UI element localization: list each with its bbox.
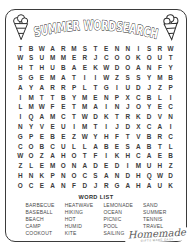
grid-cell: H bbox=[155, 162, 166, 172]
grid-cell: I bbox=[112, 83, 123, 93]
grid-cell: W bbox=[15, 152, 26, 162]
grid-cell: L bbox=[69, 142, 80, 152]
svg-text:SUMMER WORDSEARCH: SUMMER WORDSEARCH bbox=[32, 17, 159, 42]
grid-cell: L bbox=[165, 142, 176, 152]
grid-cell: M bbox=[133, 162, 144, 172]
grid-cell: C bbox=[47, 142, 58, 152]
grid-cell: L bbox=[79, 142, 90, 152]
word-item: SAND bbox=[143, 203, 166, 209]
grid-cell: D bbox=[112, 162, 123, 172]
grid-cell: N bbox=[112, 44, 123, 54]
grid-cell: R bbox=[79, 54, 90, 64]
word-item: HUMID bbox=[65, 224, 94, 230]
grid-cell: T bbox=[15, 44, 26, 54]
grid-cell: I bbox=[90, 73, 101, 83]
grid-cell: L bbox=[15, 103, 26, 113]
grid-cell: B bbox=[58, 64, 69, 74]
ice-cream-cone-icon bbox=[160, 12, 183, 43]
grid-cell: O bbox=[122, 54, 133, 64]
grid-cell: A bbox=[133, 64, 144, 74]
grid-cell: A bbox=[47, 44, 58, 54]
grid-cell: C bbox=[165, 103, 176, 113]
grid-cell: Z bbox=[15, 162, 26, 172]
grid-cell: Y bbox=[144, 73, 155, 83]
puzzle-title: SUMMER WORDSEARCH bbox=[31, 12, 161, 44]
grid-cell: Y bbox=[26, 83, 37, 93]
word-item: SUMMER bbox=[143, 210, 166, 216]
grid-cell: V bbox=[133, 132, 144, 142]
grid-cell: C bbox=[144, 122, 155, 132]
grid-cell: D bbox=[79, 181, 90, 191]
grid-cell: A bbox=[36, 113, 47, 123]
puzzle-card: SUMMER WORDSEARCH TBWARMSTENNISRWWSUMMER… bbox=[5, 9, 187, 242]
word-item: BEACH bbox=[26, 217, 55, 223]
grid-cell: F bbox=[90, 152, 101, 162]
grid-cell: U bbox=[36, 54, 47, 64]
grid-cell: S bbox=[144, 44, 155, 54]
grid-cell: L bbox=[26, 162, 37, 172]
grid-cell: V bbox=[155, 113, 166, 123]
grid-cell: H bbox=[36, 64, 47, 74]
grid-cell: B bbox=[47, 132, 58, 142]
grid-cell: S bbox=[133, 73, 144, 83]
grid-cell: A bbox=[133, 142, 144, 152]
grid-cell: I bbox=[15, 93, 26, 103]
word-item: TENNIS bbox=[143, 217, 166, 223]
grid-cell: N bbox=[58, 171, 69, 181]
grid-cell: E bbox=[101, 162, 112, 172]
grid-cell: T bbox=[79, 152, 90, 162]
grid-cell: F bbox=[47, 103, 58, 113]
word-list-column: BARBECUEBASEBALLBEACHCAMPCOOKOUT bbox=[26, 203, 55, 237]
grid-cell: B bbox=[144, 142, 155, 152]
publisher-logo: Homemade GIFTS MADE EASY bbox=[125, 227, 189, 243]
grid-cell: O bbox=[144, 54, 155, 64]
grid-cell: R bbox=[58, 83, 69, 93]
grid-cell: M bbox=[79, 103, 90, 113]
grid-cell: E bbox=[155, 103, 166, 113]
grid-cell: R bbox=[155, 44, 166, 54]
grid-cell: R bbox=[122, 113, 133, 123]
grid-cell: T bbox=[90, 122, 101, 132]
grid-cell: B bbox=[58, 93, 69, 103]
grid-cell: B bbox=[144, 93, 155, 103]
grid-cell: J bbox=[112, 122, 123, 132]
grid-cell: T bbox=[155, 142, 166, 152]
grid-cell: U bbox=[144, 162, 155, 172]
grid-cell: T bbox=[69, 113, 80, 123]
grid-cell: C bbox=[133, 93, 144, 103]
grid-cell: A bbox=[47, 181, 58, 191]
grid-cell: Z bbox=[69, 132, 80, 142]
grid-cell: T bbox=[36, 93, 47, 103]
grid-cell: U bbox=[58, 122, 69, 132]
grid-cell: E bbox=[101, 44, 112, 54]
grid-cell: M bbox=[26, 93, 37, 103]
grid-cell: N bbox=[101, 93, 112, 103]
word-item: KITE bbox=[65, 231, 94, 237]
grid-cell: O bbox=[15, 181, 26, 191]
grid-cell: A bbox=[122, 181, 133, 191]
grid-cell: S bbox=[90, 171, 101, 181]
grid-cell: C bbox=[79, 171, 90, 181]
grid-cell: N bbox=[58, 181, 69, 191]
grid-cell: O bbox=[69, 152, 80, 162]
grid-cell: T bbox=[69, 103, 80, 113]
grid-cell: T bbox=[90, 44, 101, 54]
grid-cell: Y bbox=[165, 64, 176, 74]
grid-cell: S bbox=[79, 44, 90, 54]
grid-cell: T bbox=[69, 73, 80, 83]
grid-cell: T bbox=[122, 132, 133, 142]
grid-cell: I bbox=[133, 44, 144, 54]
grid-cell: Q bbox=[26, 113, 37, 123]
grid-cell: F bbox=[155, 64, 166, 74]
grid-cell: D bbox=[133, 83, 144, 93]
grid-cell: E bbox=[155, 152, 166, 162]
grid-cell: P bbox=[112, 93, 123, 103]
grid-cell: M bbox=[47, 54, 58, 64]
grid-cell: C bbox=[58, 113, 69, 123]
grid-cell: W bbox=[79, 132, 90, 142]
grid-cell: K bbox=[112, 152, 123, 162]
title-banner: SUMMER WORDSEARCH bbox=[6, 11, 186, 45]
grid-cell: I bbox=[165, 122, 176, 132]
grid-cell: E bbox=[69, 54, 80, 64]
grid-cell: H bbox=[133, 181, 144, 191]
grid-cell: O bbox=[26, 142, 37, 152]
grid-cell: H bbox=[58, 152, 69, 162]
grid-cell: Y bbox=[26, 122, 37, 132]
word-item: BASEBALL bbox=[26, 210, 55, 216]
grid-cell: O bbox=[122, 64, 133, 74]
grid-cell: M bbox=[79, 93, 90, 103]
grid-cell: O bbox=[69, 171, 80, 181]
grid-cell: S bbox=[15, 73, 26, 83]
word-item: OCEAN bbox=[103, 210, 133, 216]
grid-cell: A bbox=[155, 122, 166, 132]
grid-cell: K bbox=[133, 113, 144, 123]
word-item: COOKOUT bbox=[26, 231, 55, 237]
grid-cell: H bbox=[122, 152, 133, 162]
grid-cell: W bbox=[101, 64, 112, 74]
word-item: HOT bbox=[65, 217, 94, 223]
grid-cell: U bbox=[58, 142, 69, 152]
word-item: HIKING bbox=[65, 210, 94, 216]
grid-cell: W bbox=[165, 44, 176, 54]
grid-cell: D bbox=[122, 171, 133, 181]
grid-cell: V bbox=[36, 122, 47, 132]
grid-cell: E bbox=[58, 103, 69, 113]
grid-cell: O bbox=[58, 162, 69, 172]
grid-cell: I bbox=[79, 73, 90, 83]
grid-cell: E bbox=[36, 181, 47, 191]
grid-cell: A bbox=[69, 64, 80, 74]
grid-cell: K bbox=[165, 181, 176, 191]
grid-cell: Y bbox=[90, 132, 101, 142]
grid-cell: A bbox=[15, 83, 26, 93]
grid-cell: U bbox=[122, 83, 133, 93]
grid-cell: G bbox=[15, 132, 26, 142]
grid-cell: X bbox=[122, 93, 133, 103]
grid-cell: N bbox=[15, 122, 26, 132]
grid-cell: W bbox=[155, 171, 166, 181]
grid-cell: E bbox=[79, 64, 90, 74]
grid-cell: S bbox=[122, 73, 133, 83]
grid-cell: D bbox=[144, 113, 155, 123]
grid-cell: F bbox=[112, 132, 123, 142]
grid-cell: R bbox=[155, 132, 166, 142]
grid-cell: R bbox=[47, 83, 58, 93]
grid-cell: H bbox=[101, 132, 112, 142]
grid-cell: I bbox=[101, 103, 112, 113]
grid-cell: K bbox=[133, 54, 144, 64]
grid-cell: B bbox=[165, 73, 176, 83]
grid-cell: S bbox=[26, 54, 37, 64]
word-item: LEMONADE bbox=[103, 203, 133, 209]
grid-cell: Y bbox=[69, 93, 80, 103]
grid-cell: J bbox=[144, 83, 155, 93]
grid-cell: J bbox=[90, 181, 101, 191]
grid-cell: Z bbox=[36, 152, 47, 162]
grid-cell: W bbox=[101, 73, 112, 83]
grid-cell: C bbox=[133, 152, 144, 162]
grid-cell: B bbox=[144, 132, 155, 142]
grid-cell: C bbox=[101, 54, 112, 64]
grid-cell: C bbox=[15, 142, 26, 152]
grid-cell: N bbox=[26, 171, 37, 181]
grid-cell: N bbox=[112, 103, 123, 113]
grid-cell: D bbox=[165, 171, 176, 181]
grid-cell: H bbox=[15, 64, 26, 74]
grid-cell: G bbox=[101, 83, 112, 93]
worksheet-page: SUMMER WORDSEARCH TBWARMSTENNISRWWSUMMER… bbox=[0, 0, 194, 251]
grid-cell: W bbox=[79, 113, 90, 123]
grid-cell: Y bbox=[144, 103, 155, 113]
grid-cell: T bbox=[47, 93, 58, 103]
grid-cell: E bbox=[90, 93, 101, 103]
grid-cell: G bbox=[112, 181, 123, 191]
grid-cell: E bbox=[47, 122, 58, 132]
grid-cell: M bbox=[47, 73, 58, 83]
grid-cell: B bbox=[101, 142, 112, 152]
grid-cell: N bbox=[69, 162, 80, 172]
grid-cell: D bbox=[122, 122, 133, 132]
grid-cell: W bbox=[36, 103, 47, 113]
word-list-column: HEATWAVEHIKINGHOTHUMIDKITE bbox=[65, 203, 94, 237]
grid-cell: H bbox=[133, 171, 144, 181]
grid-cell: E bbox=[112, 142, 123, 152]
puzzle-grid: TBWARMSTENNISRWWSUMMERJCOOKOUTHTHUBAEKWD… bbox=[15, 44, 176, 191]
grid-cell: N bbox=[112, 171, 123, 181]
grid-cell: J bbox=[122, 103, 133, 113]
grid-cell: A bbox=[144, 152, 155, 162]
grid-cell: N bbox=[165, 113, 176, 123]
word-item: PICNIC bbox=[103, 217, 133, 223]
word-item: HEATWAVE bbox=[65, 203, 94, 209]
grid-cell: A bbox=[144, 181, 155, 191]
grid-cell: M bbox=[69, 44, 80, 54]
grid-cell: L bbox=[79, 83, 90, 93]
grid-cell: D bbox=[90, 162, 101, 172]
ice-cream-cone-icon bbox=[10, 13, 31, 43]
grid-cell: P bbox=[69, 83, 80, 93]
grid-cell: M bbox=[79, 122, 90, 132]
grid-cell: E bbox=[58, 132, 69, 142]
grid-cell: A bbox=[58, 73, 69, 83]
grid-cell: F bbox=[69, 181, 80, 191]
grid-cell: Z bbox=[165, 162, 176, 172]
grid-cell: G bbox=[26, 73, 37, 83]
grid-cell: M bbox=[26, 103, 37, 113]
grid-cell: Z bbox=[155, 83, 166, 93]
grid-cell: O bbox=[112, 54, 123, 64]
grid-cell: N bbox=[144, 64, 155, 74]
grid-cell: D bbox=[112, 64, 123, 74]
grid-cell: M bbox=[47, 113, 58, 123]
grid-cell: Q bbox=[144, 171, 155, 181]
grid-cell: A bbox=[101, 171, 112, 181]
grid-cell: M bbox=[58, 54, 69, 64]
grid-cell: U bbox=[155, 54, 166, 64]
grid-cell: A bbox=[90, 103, 101, 113]
grid-cell: M bbox=[155, 73, 166, 83]
grid-cell: K bbox=[90, 64, 101, 74]
grid-cell: T bbox=[112, 113, 123, 123]
grid-cell: R bbox=[58, 44, 69, 54]
grid-cell: E bbox=[36, 162, 47, 172]
grid-cell: C bbox=[165, 132, 176, 142]
grid-cell: I bbox=[101, 122, 112, 132]
grid-cell: K bbox=[36, 171, 47, 181]
grid-cell: D bbox=[90, 113, 101, 123]
grid-cell: M bbox=[47, 162, 58, 172]
grid-cell: B bbox=[165, 152, 176, 162]
grid-cell: X bbox=[133, 122, 144, 132]
grid-cell: K bbox=[101, 113, 112, 123]
grid-cell: R bbox=[101, 181, 112, 191]
grid-cell: P bbox=[165, 83, 176, 93]
grid-cell: E bbox=[36, 132, 47, 142]
grid-cell: O bbox=[26, 152, 37, 162]
grid-cell: A bbox=[79, 162, 90, 172]
grid-cell: B bbox=[36, 142, 47, 152]
grid-cell: E bbox=[36, 73, 47, 83]
grid-cell: A bbox=[36, 83, 47, 93]
grid-cell: P bbox=[26, 132, 37, 142]
grid-cell: J bbox=[90, 54, 101, 64]
word-list-header: WORD LIST bbox=[6, 194, 186, 200]
grid-cell: A bbox=[90, 142, 101, 152]
word-item: CAMP bbox=[26, 224, 55, 230]
grid-cell: I bbox=[165, 93, 176, 103]
grid-cell: B bbox=[26, 44, 37, 54]
grid-cell: C bbox=[26, 181, 37, 191]
grid-cell: A bbox=[47, 152, 58, 162]
grid-cell: I bbox=[69, 122, 80, 132]
grid-cell: P bbox=[47, 171, 58, 181]
grid-cell: O bbox=[133, 103, 144, 113]
grid-cell: Z bbox=[112, 73, 123, 83]
grid-cell: I bbox=[101, 152, 112, 162]
grid-cell: U bbox=[47, 64, 58, 74]
grid-cell: T bbox=[165, 54, 176, 64]
grid-cell: U bbox=[155, 181, 166, 191]
grid-cell: I bbox=[15, 113, 26, 123]
grid-cell: T bbox=[26, 64, 37, 74]
word-item: BARBECUE bbox=[26, 203, 55, 209]
grid-cell: I bbox=[122, 162, 133, 172]
grid-cell: W bbox=[36, 44, 47, 54]
grid-cell: N bbox=[122, 44, 133, 54]
grid-cell: T bbox=[90, 83, 101, 93]
grid-cell: W bbox=[15, 54, 26, 64]
grid-cell: S bbox=[122, 142, 133, 152]
grid-cell: H bbox=[15, 171, 26, 181]
grid-cell: L bbox=[155, 93, 166, 103]
